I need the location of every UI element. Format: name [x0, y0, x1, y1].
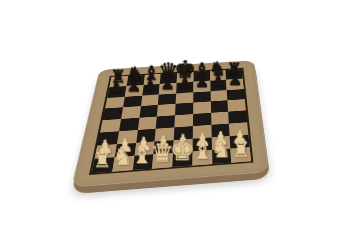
- square-b7: ♟: [125, 85, 144, 97]
- white-bishop-c1-piece: ♝: [132, 144, 153, 167]
- white-rook-a1-piece: ♜: [93, 149, 112, 170]
- square-a7: ♟: [107, 86, 126, 98]
- square-g5: [210, 100, 228, 112]
- black-pawn-c7-piece: ♟: [143, 77, 158, 93]
- board-wood-border: ♜♞♝♛♚♝♞♜♟♟♟♟♟♟♟♟♟♟♟♟♟♟♟♟♜♞♝♛♚♝♞♜: [71, 60, 269, 187]
- black-pawn-e7-piece: ♟: [177, 75, 191, 91]
- white-knight-g1-piece: ♞: [211, 139, 232, 162]
- square-d1: ♛: [152, 153, 173, 169]
- square-a1: ♜: [92, 157, 115, 173]
- playing-field: ♜♞♝♛♚♝♞♜♟♟♟♟♟♟♟♟♟♟♟♟♟♟♟♟♜♞♝♛♚♝♞♜: [89, 68, 253, 175]
- square-b5: [121, 106, 141, 119]
- square-g1: ♞: [212, 149, 232, 164]
- square-b6: [123, 95, 142, 107]
- product-photo: ♜♞♝♛♚♝♞♜♟♟♟♟♟♟♟♟♟♟♟♟♟♟♟♟♜♞♝♛♚♝♞♜: [0, 0, 350, 234]
- square-h1: ♜: [231, 147, 251, 162]
- photo-scene: ♜♞♝♛♚♝♞♜♟♟♟♟♟♟♟♟♟♟♟♟♟♟♟♟♜♞♝♛♚♝♞♜: [0, 0, 350, 234]
- black-pawn-f7-piece: ♟: [194, 74, 208, 90]
- square-h4: [228, 110, 247, 123]
- square-c6: [140, 94, 159, 106]
- black-pawn-a7-piece: ♟: [109, 79, 124, 95]
- square-a5: [103, 107, 123, 120]
- square-d6: [158, 93, 176, 105]
- square-c1: ♝: [132, 155, 153, 171]
- white-queen-d1-piece: ♛: [151, 140, 175, 167]
- square-b1: ♞: [112, 156, 134, 172]
- square-g4: [211, 112, 229, 125]
- white-knight-b1-piece: ♞: [112, 146, 133, 169]
- square-f6: [193, 91, 210, 103]
- square-e1: ♚: [172, 152, 192, 167]
- black-pawn-h7-piece: ♟: [228, 72, 242, 88]
- black-pawn-b7-piece: ♟: [126, 78, 141, 94]
- white-rook-h1-piece: ♜: [232, 139, 251, 160]
- chess-board: ♜♞♝♛♚♝♞♜♟♟♟♟♟♟♟♟♟♟♟♟♟♟♟♟♜♞♝♛♚♝♞♜: [71, 60, 269, 187]
- square-d5: [157, 104, 176, 117]
- black-pawn-g7-piece: ♟: [211, 73, 225, 89]
- square-c5: [139, 105, 158, 118]
- black-pawn-d7-piece: ♟: [160, 76, 174, 92]
